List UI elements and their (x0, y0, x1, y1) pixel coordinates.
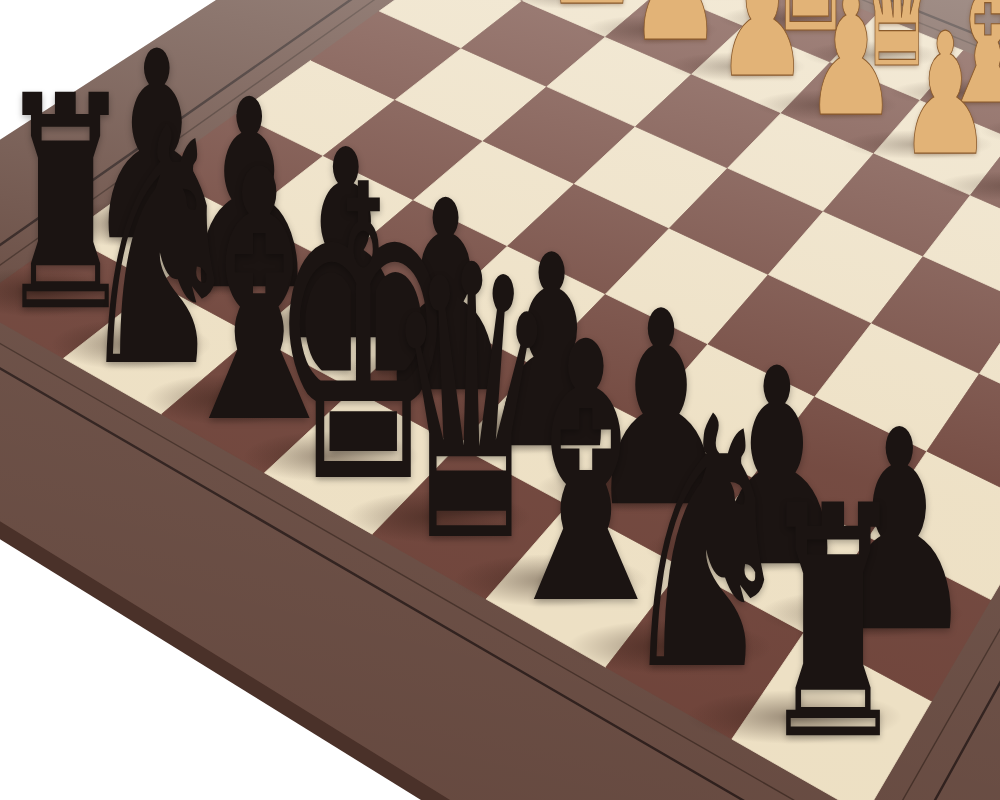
black-knight-g8: ♞ (65, 85, 255, 412)
black-bishop-c8: ♝ (475, 297, 697, 655)
piece-shadow-e7 (331, 352, 500, 398)
piece-shadow-b7 (645, 525, 839, 573)
piece-shadow-f8 (145, 374, 313, 425)
piece-shadow-c8 (454, 554, 649, 607)
black-pawn-a7: ♟ (813, 394, 985, 671)
piece-shadow-e2 (667, 52, 806, 82)
white-pawn-d2: ♟ (799, 0, 903, 140)
black-king-e8: ♚ (257, 134, 468, 540)
chessboard-photo: ♜♞♟♝♟♚♟♛♟♝♟♞♟♜♟♟♟♟♜♟♞♟♝♟♚♟♛♟♝♟♞♜ (0, 0, 1000, 800)
black-rook-h8: ♜ (0, 58, 142, 353)
piece-shadow-b2 (936, 171, 1000, 201)
white-bishop-c1: ♝ (930, 0, 1000, 131)
piece-shadow-d1 (803, 41, 942, 68)
piece-shadow-f2 (584, 15, 718, 45)
black-rook-a8: ♜ (750, 464, 916, 784)
black-pawn-f7: ♟ (264, 116, 426, 378)
piece-shadow-b1 (980, 117, 1000, 144)
white-queen-d1: ♛ (846, 0, 949, 96)
piece-shadow-d8 (346, 491, 531, 543)
white-pawn-e2: ♟ (710, 0, 814, 102)
piece-shadow-a8 (686, 690, 902, 745)
black-pawn-g7: ♟ (168, 66, 330, 327)
black-pawn-e7: ♟ (364, 167, 527, 430)
piece-shadow-d2 (754, 90, 898, 120)
white-pawn-c2: ♟ (893, 11, 997, 179)
white-pawn-f2: ♟ (623, 0, 728, 65)
black-pawn-b7: ♟ (693, 334, 862, 606)
black-knight-b8: ♞ (606, 373, 806, 719)
black-queen-d8: ♛ (374, 218, 570, 595)
piece-shadow-f7 (236, 299, 397, 345)
white-pawn-b2: ♟ (989, 52, 1000, 221)
piece-shadow-c1 (890, 79, 1000, 106)
piece-shadow-d7 (431, 407, 608, 454)
piece-shadow-e8 (243, 431, 419, 482)
black-pawn-h7: ♟ (77, 18, 238, 278)
piece-shadow-g8 (51, 319, 211, 370)
piece-shadow-b8 (567, 620, 772, 674)
pieces-layer: ♜♞♟♝♟♚♟♛♟♝♟♞♟♜♟♟♟♟♜♟♞♟♝♟♚♟♛♟♝♟♞♜ (0, 0, 1000, 800)
white-king-e1: ♚ (754, 0, 867, 64)
black-pawn-d7: ♟ (469, 221, 634, 486)
white-bishop-f1: ♝ (668, 0, 784, 23)
piece-shadow-g2 (504, 0, 633, 9)
piece-shadow-g7 (144, 249, 298, 295)
piece-shadow-h7 (57, 201, 205, 247)
piece-shadow-h8 (0, 267, 115, 317)
piece-shadow-a7 (760, 589, 964, 638)
piece-shadow-c7 (536, 465, 721, 512)
black-pawn-c7: ♟ (578, 276, 744, 544)
piece-shadow-c2 (843, 130, 993, 160)
piece-shadow-e1 (719, 5, 853, 32)
black-bishop-f8: ♝ (152, 125, 367, 471)
white-pawn-g2: ♟ (539, 0, 644, 30)
